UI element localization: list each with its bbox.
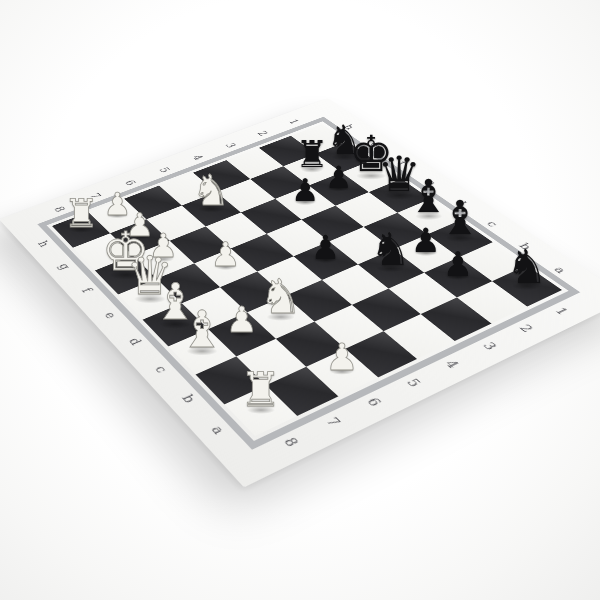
piece-black-pawn-f3: ♟ [291, 175, 319, 206]
piece-white-knight-g5: ♞ [192, 170, 230, 213]
piece-white-rook-h8: ♜ [63, 195, 98, 234]
piece-black-bishop-c1: ♝ [439, 195, 481, 242]
piece-black-pawn-c2: ♟ [411, 224, 441, 257]
piece-white-pawn-a6: ♟ [325, 339, 358, 376]
piece-black-pawn-b2: ♟ [443, 247, 474, 281]
piece-white-pawn-c7: ♟ [226, 302, 258, 338]
piece-white-knight-c6: ♞ [259, 273, 302, 321]
piece-white-pawn-e6: ♟ [211, 238, 241, 271]
piece-white-bishop-c8: ♝ [179, 304, 225, 355]
piece-black-knight-a1: ♞ [506, 242, 548, 289]
piece-white-rook-a8: ♜ [240, 367, 282, 414]
piece-black-pawn-d4: ♟ [311, 231, 341, 264]
piece-black-knight-c3: ♞ [370, 227, 411, 273]
piece-black-pawn-f2: ♟ [325, 162, 353, 193]
product-photo: hgfedcbahgfedcba1234567812345678 ♜♝♝♛♚♜♟… [0, 0, 600, 600]
